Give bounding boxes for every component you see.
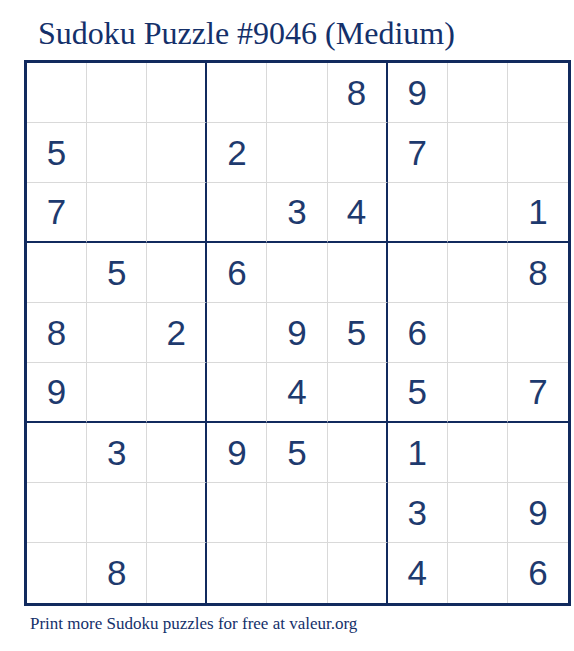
cell-r4c8 bbox=[448, 243, 508, 303]
cell-r5c2 bbox=[87, 303, 147, 363]
cell-r9c6 bbox=[328, 543, 388, 603]
page-title: Sudoku Puzzle #9046 (Medium) bbox=[38, 14, 455, 52]
cell-r7c9 bbox=[508, 423, 568, 483]
cell-r4c1 bbox=[27, 243, 87, 303]
cell-r1c8 bbox=[448, 63, 508, 123]
cell-r6c2 bbox=[87, 363, 147, 423]
cell-r2c7: 7 bbox=[388, 123, 448, 183]
cell-r1c2 bbox=[87, 63, 147, 123]
footer-text: Print more Sudoku puzzles for free at va… bbox=[30, 613, 357, 635]
cell-r4c7 bbox=[388, 243, 448, 303]
cell-r6c4 bbox=[207, 363, 267, 423]
cell-r6c8 bbox=[448, 363, 508, 423]
cell-r5c3: 2 bbox=[147, 303, 207, 363]
cell-r7c8 bbox=[448, 423, 508, 483]
cell-r2c8 bbox=[448, 123, 508, 183]
cell-r5c9 bbox=[508, 303, 568, 363]
cell-r5c4 bbox=[207, 303, 267, 363]
sudoku-grid: 895277341568829569457395139846 bbox=[24, 60, 571, 606]
cell-r6c9: 7 bbox=[508, 363, 568, 423]
cell-r3c7 bbox=[388, 183, 448, 243]
cell-r2c6 bbox=[328, 123, 388, 183]
cell-r9c9: 6 bbox=[508, 543, 568, 603]
cell-r7c4: 9 bbox=[207, 423, 267, 483]
cell-r5c8 bbox=[448, 303, 508, 363]
cell-r3c9: 1 bbox=[508, 183, 568, 243]
cell-r9c7: 4 bbox=[388, 543, 448, 603]
cell-r1c7: 9 bbox=[388, 63, 448, 123]
cell-r3c3 bbox=[147, 183, 207, 243]
cell-r9c2: 8 bbox=[87, 543, 147, 603]
cell-r2c5 bbox=[267, 123, 327, 183]
cell-r6c1: 9 bbox=[27, 363, 87, 423]
cell-r1c6: 8 bbox=[328, 63, 388, 123]
cell-r3c8 bbox=[448, 183, 508, 243]
cell-r4c3 bbox=[147, 243, 207, 303]
cell-r8c9: 9 bbox=[508, 483, 568, 543]
cell-r3c1: 7 bbox=[27, 183, 87, 243]
cell-r1c4 bbox=[207, 63, 267, 123]
cell-r1c5 bbox=[267, 63, 327, 123]
cell-r2c2 bbox=[87, 123, 147, 183]
cell-r8c3 bbox=[147, 483, 207, 543]
cell-r4c9: 8 bbox=[508, 243, 568, 303]
cell-r6c7: 5 bbox=[388, 363, 448, 423]
cell-r5c6: 5 bbox=[328, 303, 388, 363]
cell-r8c7: 3 bbox=[388, 483, 448, 543]
cell-r3c2 bbox=[87, 183, 147, 243]
cell-r7c2: 3 bbox=[87, 423, 147, 483]
cell-r8c2 bbox=[87, 483, 147, 543]
cell-r3c6: 4 bbox=[328, 183, 388, 243]
cell-r1c9 bbox=[508, 63, 568, 123]
cell-r4c2: 5 bbox=[87, 243, 147, 303]
cell-r8c8 bbox=[448, 483, 508, 543]
cell-r2c4: 2 bbox=[207, 123, 267, 183]
cell-r3c4 bbox=[207, 183, 267, 243]
cell-r4c4: 6 bbox=[207, 243, 267, 303]
cell-r8c5 bbox=[267, 483, 327, 543]
cell-r7c7: 1 bbox=[388, 423, 448, 483]
cell-r4c5 bbox=[267, 243, 327, 303]
cell-r2c3 bbox=[147, 123, 207, 183]
cell-r8c4 bbox=[207, 483, 267, 543]
cell-r8c6 bbox=[328, 483, 388, 543]
cell-r6c3 bbox=[147, 363, 207, 423]
cell-r4c6 bbox=[328, 243, 388, 303]
cell-r5c1: 8 bbox=[27, 303, 87, 363]
cell-r9c1 bbox=[27, 543, 87, 603]
cell-r9c5 bbox=[267, 543, 327, 603]
cell-r9c3 bbox=[147, 543, 207, 603]
cell-r1c3 bbox=[147, 63, 207, 123]
cell-r8c1 bbox=[27, 483, 87, 543]
cell-r6c6 bbox=[328, 363, 388, 423]
cell-r5c7: 6 bbox=[388, 303, 448, 363]
cell-r7c5: 5 bbox=[267, 423, 327, 483]
cell-r1c1 bbox=[27, 63, 87, 123]
cell-r2c1: 5 bbox=[27, 123, 87, 183]
cell-r7c6 bbox=[328, 423, 388, 483]
cell-r7c1 bbox=[27, 423, 87, 483]
cell-r9c8 bbox=[448, 543, 508, 603]
cell-r5c5: 9 bbox=[267, 303, 327, 363]
cell-r6c5: 4 bbox=[267, 363, 327, 423]
cell-r3c5: 3 bbox=[267, 183, 327, 243]
cell-r7c3 bbox=[147, 423, 207, 483]
cell-r9c4 bbox=[207, 543, 267, 603]
cell-r2c9 bbox=[508, 123, 568, 183]
sudoku-page: Sudoku Puzzle #9046 (Medium) 89527734156… bbox=[0, 0, 574, 651]
